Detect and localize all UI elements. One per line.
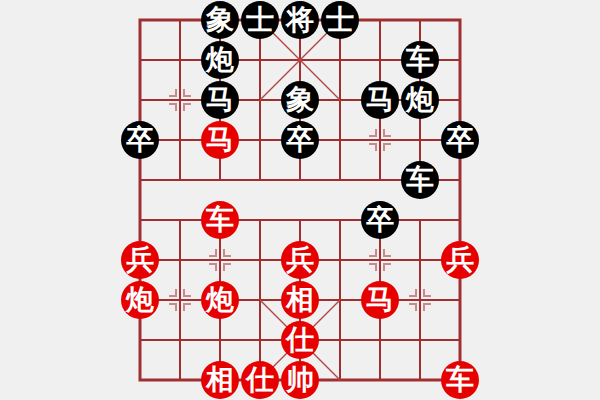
piece-red-elephant[interactable]: 相 <box>201 361 239 399</box>
piece-black-advisor[interactable]: 士 <box>241 1 279 39</box>
piece-red-elephant[interactable]: 相 <box>281 281 319 319</box>
piece-red-cannon[interactable]: 炮 <box>201 281 239 319</box>
piece-black-horse[interactable]: 马 <box>201 81 239 119</box>
piece-red-soldier[interactable]: 兵 <box>441 241 479 279</box>
piece-red-soldier[interactable]: 兵 <box>281 241 319 279</box>
piece-black-soldier[interactable]: 卒 <box>121 121 159 159</box>
piece-red-cannon[interactable]: 炮 <box>121 281 159 319</box>
pieces-layer: 象士将士炮车马象马炮卒马卒卒车车卒兵兵兵炮炮相马仕相仕帅车 <box>120 0 480 400</box>
piece-black-cannon[interactable]: 炮 <box>401 81 439 119</box>
piece-black-soldier[interactable]: 卒 <box>281 121 319 159</box>
piece-black-horse[interactable]: 马 <box>361 81 399 119</box>
piece-red-chariot[interactable]: 车 <box>201 201 239 239</box>
piece-black-chariot[interactable]: 车 <box>401 41 439 79</box>
piece-red-chariot[interactable]: 车 <box>441 361 479 399</box>
piece-red-advisor[interactable]: 仕 <box>241 361 279 399</box>
piece-black-soldier[interactable]: 卒 <box>441 121 479 159</box>
piece-black-elephant[interactable]: 象 <box>201 1 239 39</box>
piece-black-advisor[interactable]: 士 <box>321 1 359 39</box>
piece-black-chariot[interactable]: 车 <box>401 161 439 199</box>
piece-black-general[interactable]: 将 <box>281 1 319 39</box>
xiangqi-board-screen: 象士将士炮车马象马炮卒马卒卒车车卒兵兵兵炮炮相马仕相仕帅车 <box>0 0 600 400</box>
piece-black-cannon[interactable]: 炮 <box>201 41 239 79</box>
piece-black-soldier[interactable]: 卒 <box>361 201 399 239</box>
piece-red-advisor[interactable]: 仕 <box>281 321 319 359</box>
piece-red-horse[interactable]: 马 <box>361 281 399 319</box>
piece-red-soldier[interactable]: 兵 <box>121 241 159 279</box>
piece-red-general[interactable]: 帅 <box>281 361 319 399</box>
piece-red-horse[interactable]: 马 <box>201 121 239 159</box>
piece-black-elephant[interactable]: 象 <box>281 81 319 119</box>
